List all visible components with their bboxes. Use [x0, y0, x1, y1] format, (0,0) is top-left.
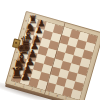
coordinate-label: 2	[22, 85, 24, 88]
coordinate-label: 7	[65, 97, 67, 100]
product-photo-chess-set: 12345678abcdefgh ♜♞♝♛♚♝♞♜♟♟♟♟♟♟♟♟	[0, 0, 100, 100]
coordinate-label: 1	[14, 82, 16, 85]
coordinate-label: 4	[39, 90, 41, 93]
coordinate-label: 3	[31, 87, 33, 90]
coordinate-label: 6	[56, 94, 58, 97]
coordinate-label: 8	[73, 99, 75, 100]
coordinate-label: 5	[48, 92, 50, 95]
dark-pawn: ♟	[20, 71, 30, 83]
